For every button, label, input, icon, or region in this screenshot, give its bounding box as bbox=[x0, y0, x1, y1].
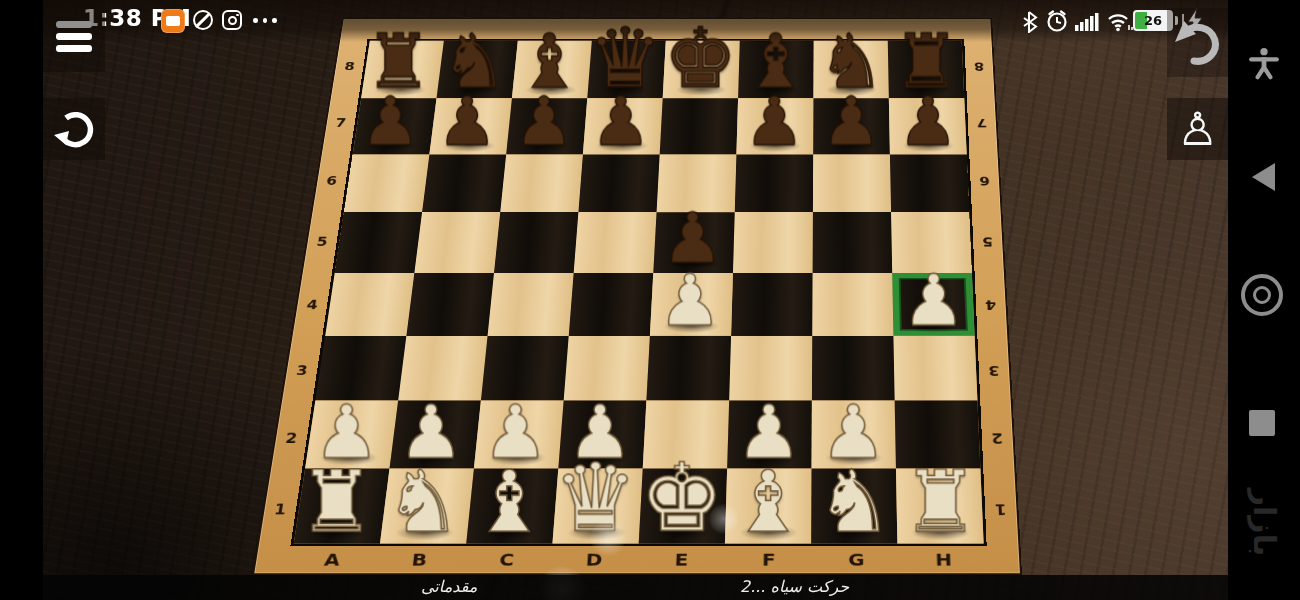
piece-black-pawn[interactable]: ♟ bbox=[514, 91, 574, 153]
piece-white-bishop[interactable]: ♝ bbox=[730, 463, 806, 541]
square-f5[interactable] bbox=[733, 213, 813, 273]
rank-label-left-2: 2 bbox=[284, 431, 298, 447]
rank-label-left-7: 7 bbox=[335, 116, 347, 129]
piece-white-knight[interactable]: ♞ bbox=[385, 463, 461, 541]
square-f1[interactable]: ♝ bbox=[725, 468, 812, 543]
rank-label-left-8: 8 bbox=[344, 60, 356, 73]
piece-black-pawn[interactable]: ♟ bbox=[437, 91, 497, 153]
accessibility-person-icon bbox=[1247, 46, 1281, 80]
square-g1[interactable]: ♞ bbox=[811, 468, 897, 543]
square-h6[interactable] bbox=[890, 154, 969, 212]
rank-label-left-4: 4 bbox=[306, 297, 319, 312]
piece-black-pawn[interactable]: ♟ bbox=[821, 91, 881, 153]
square-d6[interactable] bbox=[578, 154, 659, 212]
app-icon bbox=[161, 9, 185, 33]
rank-label-left-3: 3 bbox=[295, 363, 309, 378]
menu-button[interactable] bbox=[43, 0, 105, 72]
square-c7[interactable]: ♟ bbox=[506, 98, 587, 154]
rank-label-right-6: 6 bbox=[979, 174, 990, 188]
file-label-c: C bbox=[499, 549, 515, 569]
move-status-label: 2... حرکت سیاه bbox=[740, 577, 849, 596]
board-squares: ♜♞♝♛♚♝♞♜♟♟♟♟♟♟♟♟♟♟♟♟♟♟♟♟♜♞♝♛♚♝♞♜ bbox=[290, 39, 986, 546]
square-a7[interactable]: ♟ bbox=[353, 98, 437, 154]
file-label-b: B bbox=[411, 549, 429, 569]
square-e8[interactable]: ♚ bbox=[663, 41, 740, 99]
rank-label-left-1: 1 bbox=[273, 501, 287, 518]
recents-icon[interactable] bbox=[1249, 410, 1275, 436]
square-d4[interactable] bbox=[569, 273, 654, 336]
square-e4[interactable]: ♟ bbox=[650, 273, 733, 336]
rank-label-right-2: 2 bbox=[991, 431, 1003, 447]
rank-label-left-5: 5 bbox=[316, 235, 329, 249]
square-b6[interactable] bbox=[422, 154, 506, 212]
piece-white-queen[interactable]: ♛ bbox=[553, 455, 637, 542]
piece-black-pawn[interactable]: ♟ bbox=[745, 91, 805, 153]
file-label-a: A bbox=[323, 549, 341, 569]
file-label-h: H bbox=[935, 549, 952, 569]
piece-black-pawn[interactable]: ♟ bbox=[591, 91, 651, 153]
rank-label-left-6: 6 bbox=[325, 174, 338, 188]
board-perspective: ♜♞♝♛♚♝♞♜♟♟♟♟♟♟♟♟♟♟♟♟♟♟♟♟♜♞♝♛♚♝♞♜ ABCDEFG… bbox=[252, 0, 1022, 575]
level-label: مقدماتی bbox=[421, 577, 477, 596]
square-g6[interactable] bbox=[813, 154, 891, 212]
bluetooth-icon bbox=[1021, 11, 1039, 33]
piece-white-bishop[interactable]: ♝ bbox=[471, 463, 547, 541]
square-b5[interactable] bbox=[414, 213, 500, 273]
square-a5[interactable] bbox=[335, 213, 422, 273]
piece-white-rook[interactable]: ♜ bbox=[902, 463, 978, 541]
square-g5[interactable] bbox=[813, 213, 893, 273]
game-scene: ♜♞♝♛♚♝♞♜♟♟♟♟♟♟♟♟♟♟♟♟♟♟♟♟♜♞♝♛♚♝♞♜ ABCDEFG… bbox=[43, 0, 1228, 600]
square-c6[interactable] bbox=[500, 154, 583, 212]
menu-bar bbox=[56, 21, 92, 28]
back-icon[interactable] bbox=[1252, 163, 1275, 191]
file-label-f: F bbox=[762, 549, 776, 569]
restart-button[interactable] bbox=[43, 98, 105, 160]
rank-label-right-4: 4 bbox=[985, 297, 997, 312]
square-c4[interactable] bbox=[488, 273, 574, 336]
rank-label-right-8: 8 bbox=[974, 60, 985, 73]
alarm-icon bbox=[1045, 9, 1069, 34]
file-label-e: E bbox=[674, 549, 688, 569]
file-label-d: D bbox=[585, 549, 603, 569]
home-icon[interactable] bbox=[1241, 274, 1283, 316]
menu-bar bbox=[56, 45, 92, 52]
square-a4[interactable] bbox=[325, 273, 414, 336]
square-d7[interactable]: ♟ bbox=[583, 98, 663, 154]
chessboard: ♜♞♝♛♚♝♞♜♟♟♟♟♟♟♟♟♟♟♟♟♟♟♟♟♜♞♝♛♚♝♞♜ ABCDEFG… bbox=[252, 18, 1022, 575]
rank-label-right-5: 5 bbox=[982, 235, 993, 249]
instagram-icon bbox=[222, 10, 242, 30]
rank-label-right-1: 1 bbox=[995, 501, 1007, 518]
piece-black-pawn[interactable]: ♟ bbox=[361, 91, 421, 153]
square-c5[interactable] bbox=[494, 213, 578, 273]
square-f7[interactable]: ♟ bbox=[736, 98, 813, 154]
blocked-icon bbox=[193, 10, 213, 30]
piece-black-pawn[interactable]: ♟ bbox=[898, 91, 958, 153]
battery-percent: 26 bbox=[1144, 14, 1162, 27]
android-nav-bar: بازار bbox=[1228, 0, 1300, 600]
restart-icon bbox=[50, 105, 98, 153]
undo-button[interactable] bbox=[1167, 8, 1228, 77]
overflow-dots-icon bbox=[253, 18, 277, 23]
square-h1[interactable]: ♜ bbox=[896, 468, 984, 543]
screen: ♜♞♝♛♚♝♞♜♟♟♟♟♟♟♟♟♟♟♟♟♟♟♟♟♜♞♝♛♚♝♞♜ ABCDEFG… bbox=[0, 0, 1300, 600]
square-g7[interactable]: ♟ bbox=[813, 98, 890, 154]
piece-white-knight[interactable]: ♞ bbox=[816, 463, 892, 541]
piece-white-king[interactable]: ♚ bbox=[640, 455, 724, 542]
piece-white-rook[interactable]: ♜ bbox=[298, 463, 374, 541]
square-d5[interactable] bbox=[574, 213, 657, 273]
piece-white-pawn[interactable]: ♟ bbox=[902, 268, 966, 333]
square-e1[interactable]: ♚ bbox=[639, 468, 727, 543]
player-pawn-button[interactable]: ♙ bbox=[1167, 98, 1228, 160]
piece-white-pawn[interactable]: ♟ bbox=[659, 268, 723, 333]
square-a1[interactable]: ♜ bbox=[294, 468, 390, 543]
square-f6[interactable] bbox=[735, 154, 813, 212]
store-watermark: بازار bbox=[1247, 481, 1282, 565]
square-h7[interactable]: ♟ bbox=[889, 98, 967, 154]
bottom-bar: مقدماتی 2... حرکت سیاه bbox=[43, 575, 1228, 600]
file-label-g: G bbox=[848, 549, 865, 569]
square-h3[interactable] bbox=[893, 336, 977, 401]
square-f4[interactable] bbox=[731, 273, 812, 336]
square-b1[interactable]: ♞ bbox=[380, 468, 474, 543]
square-e3[interactable] bbox=[646, 336, 731, 401]
square-b4[interactable] bbox=[406, 273, 494, 336]
square-d1[interactable]: ♛ bbox=[552, 468, 642, 543]
square-g4[interactable] bbox=[812, 273, 893, 336]
square-a6[interactable] bbox=[344, 154, 430, 212]
square-e7[interactable] bbox=[660, 98, 738, 154]
rank-label-right-7: 7 bbox=[976, 116, 987, 129]
undo-icon bbox=[1171, 17, 1225, 69]
status-bar: 1:38 PM bbox=[43, 0, 1228, 42]
signal-icon bbox=[1075, 13, 1101, 31]
menu-bar bbox=[56, 33, 92, 40]
file-labels: ABCDEFGH bbox=[286, 546, 988, 573]
square-b7[interactable]: ♟ bbox=[429, 98, 512, 154]
square-c1[interactable]: ♝ bbox=[466, 468, 558, 543]
rank-label-right-3: 3 bbox=[988, 363, 1000, 378]
square-h4[interactable]: ♟ bbox=[892, 273, 974, 336]
white-pawn-icon: ♙ bbox=[1177, 106, 1218, 152]
wifi-icon bbox=[1107, 12, 1133, 32]
